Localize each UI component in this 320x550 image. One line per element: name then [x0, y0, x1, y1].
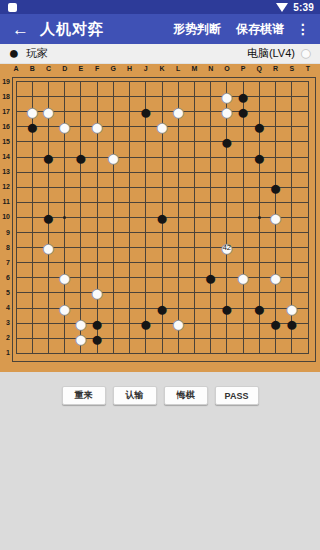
black-stone: ● [268, 180, 283, 195]
column-label: T [300, 65, 316, 72]
column-label: H [122, 65, 138, 72]
black-stone: ● [138, 104, 153, 119]
notification-square-icon [8, 3, 17, 12]
white-stone: ● [73, 331, 88, 346]
overflow-menu-icon[interactable]: ⋮ [296, 22, 310, 36]
black-stone: ● [219, 134, 234, 149]
page-title: 人机对弈 [40, 20, 158, 39]
column-label: C [40, 65, 56, 72]
row-label: 2 [0, 333, 10, 343]
black-stone: ● [138, 316, 153, 331]
app-screen: 5:39 ← 人机对弈 形势判断 保存棋谱 ⋮ ● 玩家 电脑(LV4) ● A… [0, 0, 320, 550]
column-label: N [203, 65, 219, 72]
pass-button[interactable]: PASS [215, 386, 259, 405]
app-bar: ← 人机对弈 形势判断 保存棋谱 ⋮ [0, 14, 320, 44]
board-grid-line [16, 232, 309, 233]
row-label: 11 [0, 197, 10, 207]
player-bar: ● 玩家 电脑(LV4) ● [0, 44, 320, 64]
white-stone: ● [57, 270, 72, 285]
restart-button[interactable]: 重来 [62, 386, 106, 405]
white-stone: ● [90, 285, 105, 300]
black-stone: ● [268, 316, 283, 331]
column-label: F [89, 65, 105, 72]
black-stone: ● [284, 316, 299, 331]
column-label: A [8, 65, 24, 72]
board-grid-line [16, 292, 309, 293]
row-label: 6 [0, 273, 10, 283]
row-label: 14 [0, 152, 10, 162]
column-label: P [235, 65, 251, 72]
computer-white-stone-icon: ● [299, 47, 313, 61]
status-bar: 5:39 [0, 0, 320, 14]
computer-label: 电脑(LV4) [247, 46, 295, 61]
row-label: 18 [0, 92, 10, 102]
white-stone: ● [57, 301, 72, 316]
column-label: O [219, 65, 235, 72]
row-label: 9 [0, 228, 10, 238]
black-stone: ● [203, 270, 218, 285]
white-stone: ● [41, 240, 56, 255]
black-stone: ● [25, 119, 40, 134]
column-label: L [170, 65, 186, 72]
row-label: 16 [0, 122, 10, 132]
judge-position-action[interactable]: 形势判断 [173, 21, 221, 38]
board-grid-line [16, 323, 309, 324]
column-label: M [186, 65, 202, 72]
white-stone: ● [155, 119, 170, 134]
wifi-icon [276, 3, 288, 12]
column-label: R [268, 65, 284, 72]
black-stone: ● [252, 301, 267, 316]
black-stone: ● [41, 210, 56, 225]
row-label: 13 [0, 167, 10, 177]
column-label: B [24, 65, 40, 72]
undo-button[interactable]: 悔棋 [164, 386, 208, 405]
board-grid-line [16, 247, 309, 248]
white-stone: ● [171, 104, 186, 119]
white-stone: ● [268, 210, 283, 225]
column-label: Q [251, 65, 267, 72]
row-label: 19 [0, 77, 10, 87]
column-label: J [138, 65, 154, 72]
black-stone: ● [219, 301, 234, 316]
column-label: E [73, 65, 89, 72]
resign-button[interactable]: 认输 [113, 386, 157, 405]
black-stone: ● [90, 331, 105, 346]
black-stone: ● [236, 104, 251, 119]
white-stone: ● [219, 104, 234, 119]
row-label: 1 [0, 348, 10, 358]
board-grid-line [308, 81, 309, 354]
column-label: D [57, 65, 73, 72]
black-stone: ● [155, 301, 170, 316]
column-label: G [105, 65, 121, 72]
white-stone: ● [90, 119, 105, 134]
row-label: 10 [0, 212, 10, 222]
move-number-badge: 42 [219, 240, 234, 255]
board-grid-line [16, 338, 309, 339]
column-label: S [284, 65, 300, 72]
board-grid-line [194, 81, 195, 354]
row-label: 5 [0, 288, 10, 298]
column-label: K [154, 65, 170, 72]
controls-row: 重来 认输 悔棋 PASS [0, 372, 320, 405]
row-label: 17 [0, 107, 10, 117]
black-stone: ● [252, 150, 267, 165]
board-grid-line [16, 353, 309, 354]
white-stone: ● [236, 270, 251, 285]
status-time: 5:39 [293, 2, 314, 13]
white-stone: ● [106, 150, 121, 165]
white-stone: ● [41, 104, 56, 119]
black-stone: ● [252, 119, 267, 134]
player-black-stone-icon: ● [7, 47, 21, 61]
row-label: 4 [0, 303, 10, 313]
row-label: 7 [0, 258, 10, 268]
row-label: 8 [0, 243, 10, 253]
white-stone: ● [268, 270, 283, 285]
save-record-action[interactable]: 保存棋谱 [236, 21, 284, 38]
black-stone: ● [155, 210, 170, 225]
white-stone: ● [57, 119, 72, 134]
white-stone: ● [171, 316, 186, 331]
row-label: 12 [0, 182, 10, 192]
go-board[interactable]: ABCDEFGHJKLMNOPQRST191817161514131211109… [0, 64, 320, 372]
row-label: 15 [0, 137, 10, 147]
player-label: 玩家 [26, 46, 48, 61]
row-label: 3 [0, 318, 10, 328]
black-stone: ● [41, 150, 56, 165]
star-point [258, 216, 261, 219]
board-grid-line [16, 262, 309, 263]
back-icon[interactable]: ← [8, 21, 32, 38]
white-stone: ●42 [219, 240, 234, 255]
black-stone: ● [73, 150, 88, 165]
board-grid-line [210, 81, 211, 354]
